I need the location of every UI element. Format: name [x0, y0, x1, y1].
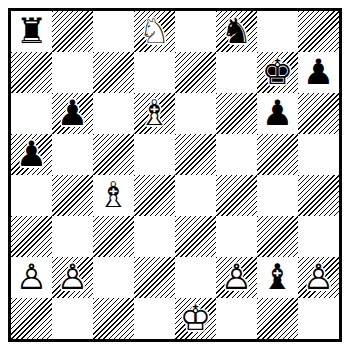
square-b1[interactable]: [52, 298, 93, 339]
square-d6[interactable]: ♝♗: [134, 93, 175, 134]
square-f6[interactable]: [216, 93, 257, 134]
square-g5[interactable]: [257, 134, 298, 175]
square-h4[interactable]: [298, 175, 339, 216]
piece-white-pawn: ♙: [298, 257, 339, 298]
piece-black-bishop: ♝: [257, 257, 298, 298]
square-b8[interactable]: [52, 11, 93, 52]
square-a6[interactable]: [11, 93, 52, 134]
square-b2[interactable]: ♟♙: [52, 257, 93, 298]
square-h3[interactable]: [298, 216, 339, 257]
square-c1[interactable]: [93, 298, 134, 339]
piece-white-knight: ♘: [134, 11, 175, 52]
square-e4[interactable]: [175, 175, 216, 216]
square-f4[interactable]: [216, 175, 257, 216]
piece-black-pawn: ♟: [11, 134, 52, 175]
piece-black-pawn: ♟: [298, 52, 339, 93]
square-f3[interactable]: [216, 216, 257, 257]
square-f7[interactable]: [216, 52, 257, 93]
square-d8[interactable]: ♞♘: [134, 11, 175, 52]
square-b4[interactable]: [52, 175, 93, 216]
square-h5[interactable]: [298, 134, 339, 175]
square-f8[interactable]: ♞♞: [216, 11, 257, 52]
piece-black-king: ♚: [257, 52, 298, 93]
square-f5[interactable]: [216, 134, 257, 175]
piece-black-pawn: ♟: [257, 93, 298, 134]
square-e1[interactable]: ♚♔: [175, 298, 216, 339]
chess-diagram: ♜♜♞♘♞♞♚♚♟♟♟♟♝♗♟♟♟♟♝♗♟♙♟♙♟♙♝♝♟♙♚♔: [0, 0, 350, 350]
square-d5[interactable]: [134, 134, 175, 175]
piece-white-pawn: ♙: [11, 257, 52, 298]
square-a7[interactable]: [11, 52, 52, 93]
square-g3[interactable]: [257, 216, 298, 257]
square-g7[interactable]: ♚♚: [257, 52, 298, 93]
piece-white-bishop: ♗: [93, 175, 134, 216]
square-h1[interactable]: [298, 298, 339, 339]
square-g8[interactable]: [257, 11, 298, 52]
square-d3[interactable]: [134, 216, 175, 257]
square-a5[interactable]: ♟♟: [11, 134, 52, 175]
square-d7[interactable]: [134, 52, 175, 93]
square-c3[interactable]: [93, 216, 134, 257]
square-a1[interactable]: [11, 298, 52, 339]
square-e3[interactable]: [175, 216, 216, 257]
square-g1[interactable]: [257, 298, 298, 339]
square-h7[interactable]: ♟♟: [298, 52, 339, 93]
piece-white-pawn: ♙: [52, 257, 93, 298]
square-a4[interactable]: [11, 175, 52, 216]
square-c5[interactable]: [93, 134, 134, 175]
square-c6[interactable]: [93, 93, 134, 134]
square-g6[interactable]: ♟♟: [257, 93, 298, 134]
piece-white-pawn: ♙: [216, 257, 257, 298]
piece-white-bishop: ♗: [134, 93, 175, 134]
square-c4[interactable]: ♝♗: [93, 175, 134, 216]
square-f2[interactable]: ♟♙: [216, 257, 257, 298]
square-a3[interactable]: [11, 216, 52, 257]
square-b7[interactable]: [52, 52, 93, 93]
square-h8[interactable]: [298, 11, 339, 52]
square-a8[interactable]: ♜♜: [11, 11, 52, 52]
chess-board: ♜♜♞♘♞♞♚♚♟♟♟♟♝♗♟♟♟♟♝♗♟♙♟♙♟♙♝♝♟♙♚♔: [11, 11, 339, 339]
square-d4[interactable]: [134, 175, 175, 216]
square-c7[interactable]: [93, 52, 134, 93]
piece-black-rook: ♜: [11, 11, 52, 52]
square-c8[interactable]: [93, 11, 134, 52]
square-c2[interactable]: [93, 257, 134, 298]
square-a2[interactable]: ♟♙: [11, 257, 52, 298]
square-e8[interactable]: [175, 11, 216, 52]
square-f1[interactable]: [216, 298, 257, 339]
square-e5[interactable]: [175, 134, 216, 175]
square-e6[interactable]: [175, 93, 216, 134]
square-d2[interactable]: [134, 257, 175, 298]
piece-black-pawn: ♟: [52, 93, 93, 134]
piece-black-knight: ♞: [216, 11, 257, 52]
square-g2[interactable]: ♝♝: [257, 257, 298, 298]
board-frame: ♜♜♞♘♞♞♚♚♟♟♟♟♝♗♟♟♟♟♝♗♟♙♟♙♟♙♝♝♟♙♚♔: [8, 8, 342, 342]
piece-white-king: ♔: [175, 298, 216, 339]
square-b5[interactable]: [52, 134, 93, 175]
square-b3[interactable]: [52, 216, 93, 257]
square-d1[interactable]: [134, 298, 175, 339]
square-h6[interactable]: [298, 93, 339, 134]
square-h2[interactable]: ♟♙: [298, 257, 339, 298]
square-e7[interactable]: [175, 52, 216, 93]
square-b6[interactable]: ♟♟: [52, 93, 93, 134]
square-e2[interactable]: [175, 257, 216, 298]
square-g4[interactable]: [257, 175, 298, 216]
